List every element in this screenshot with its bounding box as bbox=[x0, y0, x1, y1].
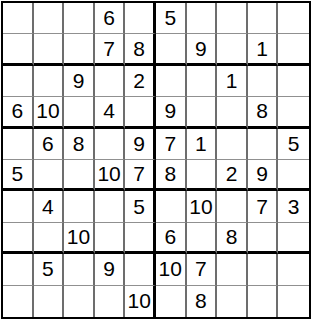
empty-cell-r6c2[interactable] bbox=[34, 160, 65, 191]
empty-cell-r8c5[interactable] bbox=[125, 223, 156, 254]
empty-cell-r6c10[interactable] bbox=[278, 160, 309, 191]
empty-cell-r4c7[interactable] bbox=[187, 97, 218, 128]
empty-cell-r10c2[interactable] bbox=[34, 286, 65, 317]
empty-cell-r8c1[interactable] bbox=[3, 223, 34, 254]
given-cell-r7c5: 5 bbox=[125, 191, 156, 222]
empty-cell-r5c4[interactable] bbox=[95, 129, 126, 160]
given-cell-r5c6: 7 bbox=[156, 129, 187, 160]
empty-cell-r3c1[interactable] bbox=[3, 66, 34, 97]
given-cell-r1c6: 5 bbox=[156, 3, 187, 34]
given-cell-r5c7: 1 bbox=[187, 129, 218, 160]
given-cell-r8c6: 6 bbox=[156, 223, 187, 254]
given-cell-r5c5: 9 bbox=[125, 129, 156, 160]
empty-cell-r5c9[interactable] bbox=[248, 129, 279, 160]
given-cell-r9c6: 10 bbox=[156, 254, 187, 285]
empty-cell-r2c8[interactable] bbox=[217, 34, 248, 65]
given-cell-r6c8: 2 bbox=[217, 160, 248, 191]
empty-cell-r3c9[interactable] bbox=[248, 66, 279, 97]
given-cell-r9c7: 7 bbox=[187, 254, 218, 285]
empty-cell-r4c8[interactable] bbox=[217, 97, 248, 128]
given-cell-r10c5: 10 bbox=[125, 286, 156, 317]
given-cell-r6c9: 9 bbox=[248, 160, 279, 191]
given-cell-r5c3: 8 bbox=[64, 129, 95, 160]
empty-cell-r3c7[interactable] bbox=[187, 66, 218, 97]
given-cell-r6c5: 7 bbox=[125, 160, 156, 191]
empty-cell-r10c4[interactable] bbox=[95, 286, 126, 317]
empty-cell-r6c3[interactable] bbox=[64, 160, 95, 191]
given-cell-r7c10: 3 bbox=[278, 191, 309, 222]
given-cell-r6c4: 10 bbox=[95, 160, 126, 191]
given-cell-r7c7: 10 bbox=[187, 191, 218, 222]
empty-cell-r9c9[interactable] bbox=[248, 254, 279, 285]
empty-cell-r2c10[interactable] bbox=[278, 34, 309, 65]
given-cell-r9c2: 5 bbox=[34, 254, 65, 285]
given-cell-r5c2: 6 bbox=[34, 129, 65, 160]
empty-cell-r1c1[interactable] bbox=[3, 3, 34, 34]
sudoku-board: 6578919216104986897155107829451073106859… bbox=[1, 1, 311, 319]
given-cell-r9c4: 9 bbox=[95, 254, 126, 285]
given-cell-r4c1: 6 bbox=[3, 97, 34, 128]
empty-cell-r8c4[interactable] bbox=[95, 223, 126, 254]
empty-cell-r1c2[interactable] bbox=[34, 3, 65, 34]
empty-cell-r2c1[interactable] bbox=[3, 34, 34, 65]
empty-cell-r1c5[interactable] bbox=[125, 3, 156, 34]
empty-cell-r2c6[interactable] bbox=[156, 34, 187, 65]
empty-cell-r7c4[interactable] bbox=[95, 191, 126, 222]
given-cell-r2c5: 8 bbox=[125, 34, 156, 65]
given-cell-r8c8: 8 bbox=[217, 223, 248, 254]
given-cell-r10c7: 8 bbox=[187, 286, 218, 317]
empty-cell-r6c7[interactable] bbox=[187, 160, 218, 191]
given-cell-r7c2: 4 bbox=[34, 191, 65, 222]
empty-cell-r2c2[interactable] bbox=[34, 34, 65, 65]
empty-cell-r10c9[interactable] bbox=[248, 286, 279, 317]
given-cell-r3c3: 9 bbox=[64, 66, 95, 97]
empty-cell-r10c3[interactable] bbox=[64, 286, 95, 317]
empty-cell-r1c10[interactable] bbox=[278, 3, 309, 34]
empty-cell-r3c10[interactable] bbox=[278, 66, 309, 97]
given-cell-r6c1: 5 bbox=[3, 160, 34, 191]
empty-cell-r2c3[interactable] bbox=[64, 34, 95, 65]
empty-cell-r7c3[interactable] bbox=[64, 191, 95, 222]
empty-cell-r7c8[interactable] bbox=[217, 191, 248, 222]
empty-cell-r5c1[interactable] bbox=[3, 129, 34, 160]
empty-cell-r3c4[interactable] bbox=[95, 66, 126, 97]
empty-cell-r5c8[interactable] bbox=[217, 129, 248, 160]
empty-cell-r3c2[interactable] bbox=[34, 66, 65, 97]
given-cell-r5c10: 5 bbox=[278, 129, 309, 160]
given-cell-r2c9: 1 bbox=[248, 34, 279, 65]
empty-cell-r1c8[interactable] bbox=[217, 3, 248, 34]
empty-cell-r8c2[interactable] bbox=[34, 223, 65, 254]
empty-cell-r7c1[interactable] bbox=[3, 191, 34, 222]
empty-cell-r9c5[interactable] bbox=[125, 254, 156, 285]
empty-cell-r9c10[interactable] bbox=[278, 254, 309, 285]
given-cell-r2c4: 7 bbox=[95, 34, 126, 65]
given-cell-r8c3: 10 bbox=[64, 223, 95, 254]
empty-cell-r9c8[interactable] bbox=[217, 254, 248, 285]
given-cell-r3c5: 2 bbox=[125, 66, 156, 97]
empty-cell-r1c7[interactable] bbox=[187, 3, 218, 34]
empty-cell-r10c8[interactable] bbox=[217, 286, 248, 317]
empty-cell-r10c10[interactable] bbox=[278, 286, 309, 317]
empty-cell-r1c3[interactable] bbox=[64, 3, 95, 34]
given-cell-r2c7: 9 bbox=[187, 34, 218, 65]
empty-cell-r8c7[interactable] bbox=[187, 223, 218, 254]
given-cell-r4c2: 10 bbox=[34, 97, 65, 128]
empty-cell-r3c6[interactable] bbox=[156, 66, 187, 97]
empty-cell-r8c9[interactable] bbox=[248, 223, 279, 254]
given-cell-r6c6: 8 bbox=[156, 160, 187, 191]
empty-cell-r4c5[interactable] bbox=[125, 97, 156, 128]
given-cell-r4c9: 8 bbox=[248, 97, 279, 128]
given-cell-r4c4: 4 bbox=[95, 97, 126, 128]
empty-cell-r1c9[interactable] bbox=[248, 3, 279, 34]
given-cell-r7c9: 7 bbox=[248, 191, 279, 222]
empty-cell-r10c6[interactable] bbox=[156, 286, 187, 317]
empty-cell-r9c1[interactable] bbox=[3, 254, 34, 285]
empty-cell-r4c3[interactable] bbox=[64, 97, 95, 128]
given-cell-r3c8: 1 bbox=[217, 66, 248, 97]
given-cell-r4c6: 9 bbox=[156, 97, 187, 128]
empty-cell-r7c6[interactable] bbox=[156, 191, 187, 222]
empty-cell-r9c3[interactable] bbox=[64, 254, 95, 285]
empty-cell-r4c10[interactable] bbox=[278, 97, 309, 128]
empty-cell-r8c10[interactable] bbox=[278, 223, 309, 254]
given-cell-r1c4: 6 bbox=[95, 3, 126, 34]
empty-cell-r10c1[interactable] bbox=[3, 286, 34, 317]
